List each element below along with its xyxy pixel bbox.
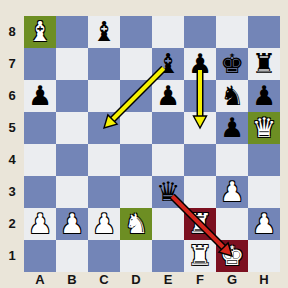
black-queen[interactable]: ♛ [156, 176, 180, 208]
square-f5[interactable] [184, 112, 216, 144]
square-d6[interactable] [120, 80, 152, 112]
black-king[interactable]: ♚ [220, 48, 244, 80]
square-b3[interactable] [56, 176, 88, 208]
file-label-d: D [120, 271, 152, 288]
rank-label-3: 3 [0, 176, 24, 208]
white-rook[interactable]: ♜ [188, 208, 212, 240]
square-a2[interactable]: ♟ [24, 208, 56, 240]
file-label-c: C [88, 271, 120, 288]
square-a5[interactable] [24, 112, 56, 144]
square-c6[interactable] [88, 80, 120, 112]
square-h6[interactable]: ♟ [248, 80, 280, 112]
square-g2[interactable] [216, 208, 248, 240]
square-b2[interactable]: ♟ [56, 208, 88, 240]
square-a3[interactable] [24, 176, 56, 208]
square-h2[interactable]: ♟ [248, 208, 280, 240]
square-a7[interactable] [24, 48, 56, 80]
square-c8[interactable]: ♝ [88, 16, 120, 48]
square-a4[interactable] [24, 144, 56, 176]
rank-label-4: 4 [0, 144, 24, 176]
file-label-g: G [216, 271, 248, 288]
square-g7[interactable]: ♚ [216, 48, 248, 80]
square-d3[interactable] [120, 176, 152, 208]
file-labels: ABCDEFGH [24, 271, 280, 288]
square-g4[interactable] [216, 144, 248, 176]
black-pawn[interactable]: ♟ [28, 80, 52, 112]
square-b8[interactable] [56, 16, 88, 48]
square-f8[interactable] [184, 16, 216, 48]
square-f1[interactable]: ♜ [184, 240, 216, 272]
white-king[interactable]: ♚ [220, 240, 244, 272]
square-e8[interactable] [152, 16, 184, 48]
square-h3[interactable] [248, 176, 280, 208]
black-knight[interactable]: ♞ [220, 80, 244, 112]
file-label-e: E [152, 271, 184, 288]
white-pawn[interactable]: ♟ [252, 208, 276, 240]
square-c1[interactable] [88, 240, 120, 272]
square-c2[interactable]: ♟ [88, 208, 120, 240]
white-pawn[interactable]: ♟ [220, 176, 244, 208]
rank-label-1: 1 [0, 240, 24, 272]
square-b5[interactable] [56, 112, 88, 144]
square-h8[interactable] [248, 16, 280, 48]
square-h4[interactable] [248, 144, 280, 176]
square-b4[interactable] [56, 144, 88, 176]
black-rook[interactable]: ♜ [252, 48, 276, 80]
square-a8[interactable]: ♝ [24, 16, 56, 48]
file-label-h: H [248, 271, 280, 288]
square-g1[interactable]: ♚ [216, 240, 248, 272]
black-pawn[interactable]: ♟ [188, 48, 212, 80]
square-e2[interactable] [152, 208, 184, 240]
file-label-f: F [184, 271, 216, 288]
square-g6[interactable]: ♞ [216, 80, 248, 112]
rank-labels: 87654321 [0, 16, 24, 272]
square-d8[interactable] [120, 16, 152, 48]
black-bishop[interactable]: ♝ [92, 16, 116, 48]
black-pawn[interactable]: ♟ [252, 80, 276, 112]
white-pawn[interactable]: ♟ [92, 208, 116, 240]
rank-label-2: 2 [0, 208, 24, 240]
white-bishop[interactable]: ♝ [28, 16, 52, 48]
square-g5[interactable]: ♟ [216, 112, 248, 144]
square-h7[interactable]: ♜ [248, 48, 280, 80]
square-e6[interactable]: ♟ [152, 80, 184, 112]
chess-app: 87654321 ♝♝♝♟♚♜♟♟♞♟♟♛♛♟♟♟♟♞♜♟♜♚ ABCDEFGH [0, 0, 288, 288]
square-e3[interactable]: ♛ [152, 176, 184, 208]
white-pawn[interactable]: ♟ [28, 208, 52, 240]
chess-board[interactable]: ♝♝♝♟♚♜♟♟♞♟♟♛♛♟♟♟♟♞♜♟♜♚ [24, 16, 280, 272]
rank-label-5: 5 [0, 112, 24, 144]
file-label-a: A [24, 271, 56, 288]
file-label-b: B [56, 271, 88, 288]
white-rook[interactable]: ♜ [188, 240, 212, 272]
square-d1[interactable] [120, 240, 152, 272]
square-a6[interactable]: ♟ [24, 80, 56, 112]
rank-label-6: 6 [0, 80, 24, 112]
square-f7[interactable]: ♟ [184, 48, 216, 80]
square-e1[interactable] [152, 240, 184, 272]
square-b1[interactable] [56, 240, 88, 272]
square-c5[interactable] [88, 112, 120, 144]
black-bishop[interactable]: ♝ [156, 48, 180, 80]
square-b7[interactable] [56, 48, 88, 80]
white-pawn[interactable]: ♟ [60, 208, 84, 240]
square-b6[interactable] [56, 80, 88, 112]
square-h1[interactable] [248, 240, 280, 272]
square-d4[interactable] [120, 144, 152, 176]
square-e5[interactable] [152, 112, 184, 144]
black-pawn[interactable]: ♟ [220, 112, 244, 144]
square-e4[interactable] [152, 144, 184, 176]
square-h5[interactable]: ♛ [248, 112, 280, 144]
square-d2[interactable]: ♞ [120, 208, 152, 240]
square-f6[interactable] [184, 80, 216, 112]
white-queen[interactable]: ♛ [252, 112, 276, 144]
square-c4[interactable] [88, 144, 120, 176]
rank-label-7: 7 [0, 48, 24, 80]
square-d7[interactable] [120, 48, 152, 80]
square-g3[interactable]: ♟ [216, 176, 248, 208]
square-a1[interactable] [24, 240, 56, 272]
square-f2[interactable]: ♜ [184, 208, 216, 240]
square-g8[interactable] [216, 16, 248, 48]
square-e7[interactable]: ♝ [152, 48, 184, 80]
black-pawn[interactable]: ♟ [156, 80, 180, 112]
square-d5[interactable] [120, 112, 152, 144]
white-knight[interactable]: ♞ [124, 208, 148, 240]
square-c7[interactable] [88, 48, 120, 80]
square-f3[interactable] [184, 176, 216, 208]
square-f4[interactable] [184, 144, 216, 176]
square-c3[interactable] [88, 176, 120, 208]
rank-label-8: 8 [0, 16, 24, 48]
